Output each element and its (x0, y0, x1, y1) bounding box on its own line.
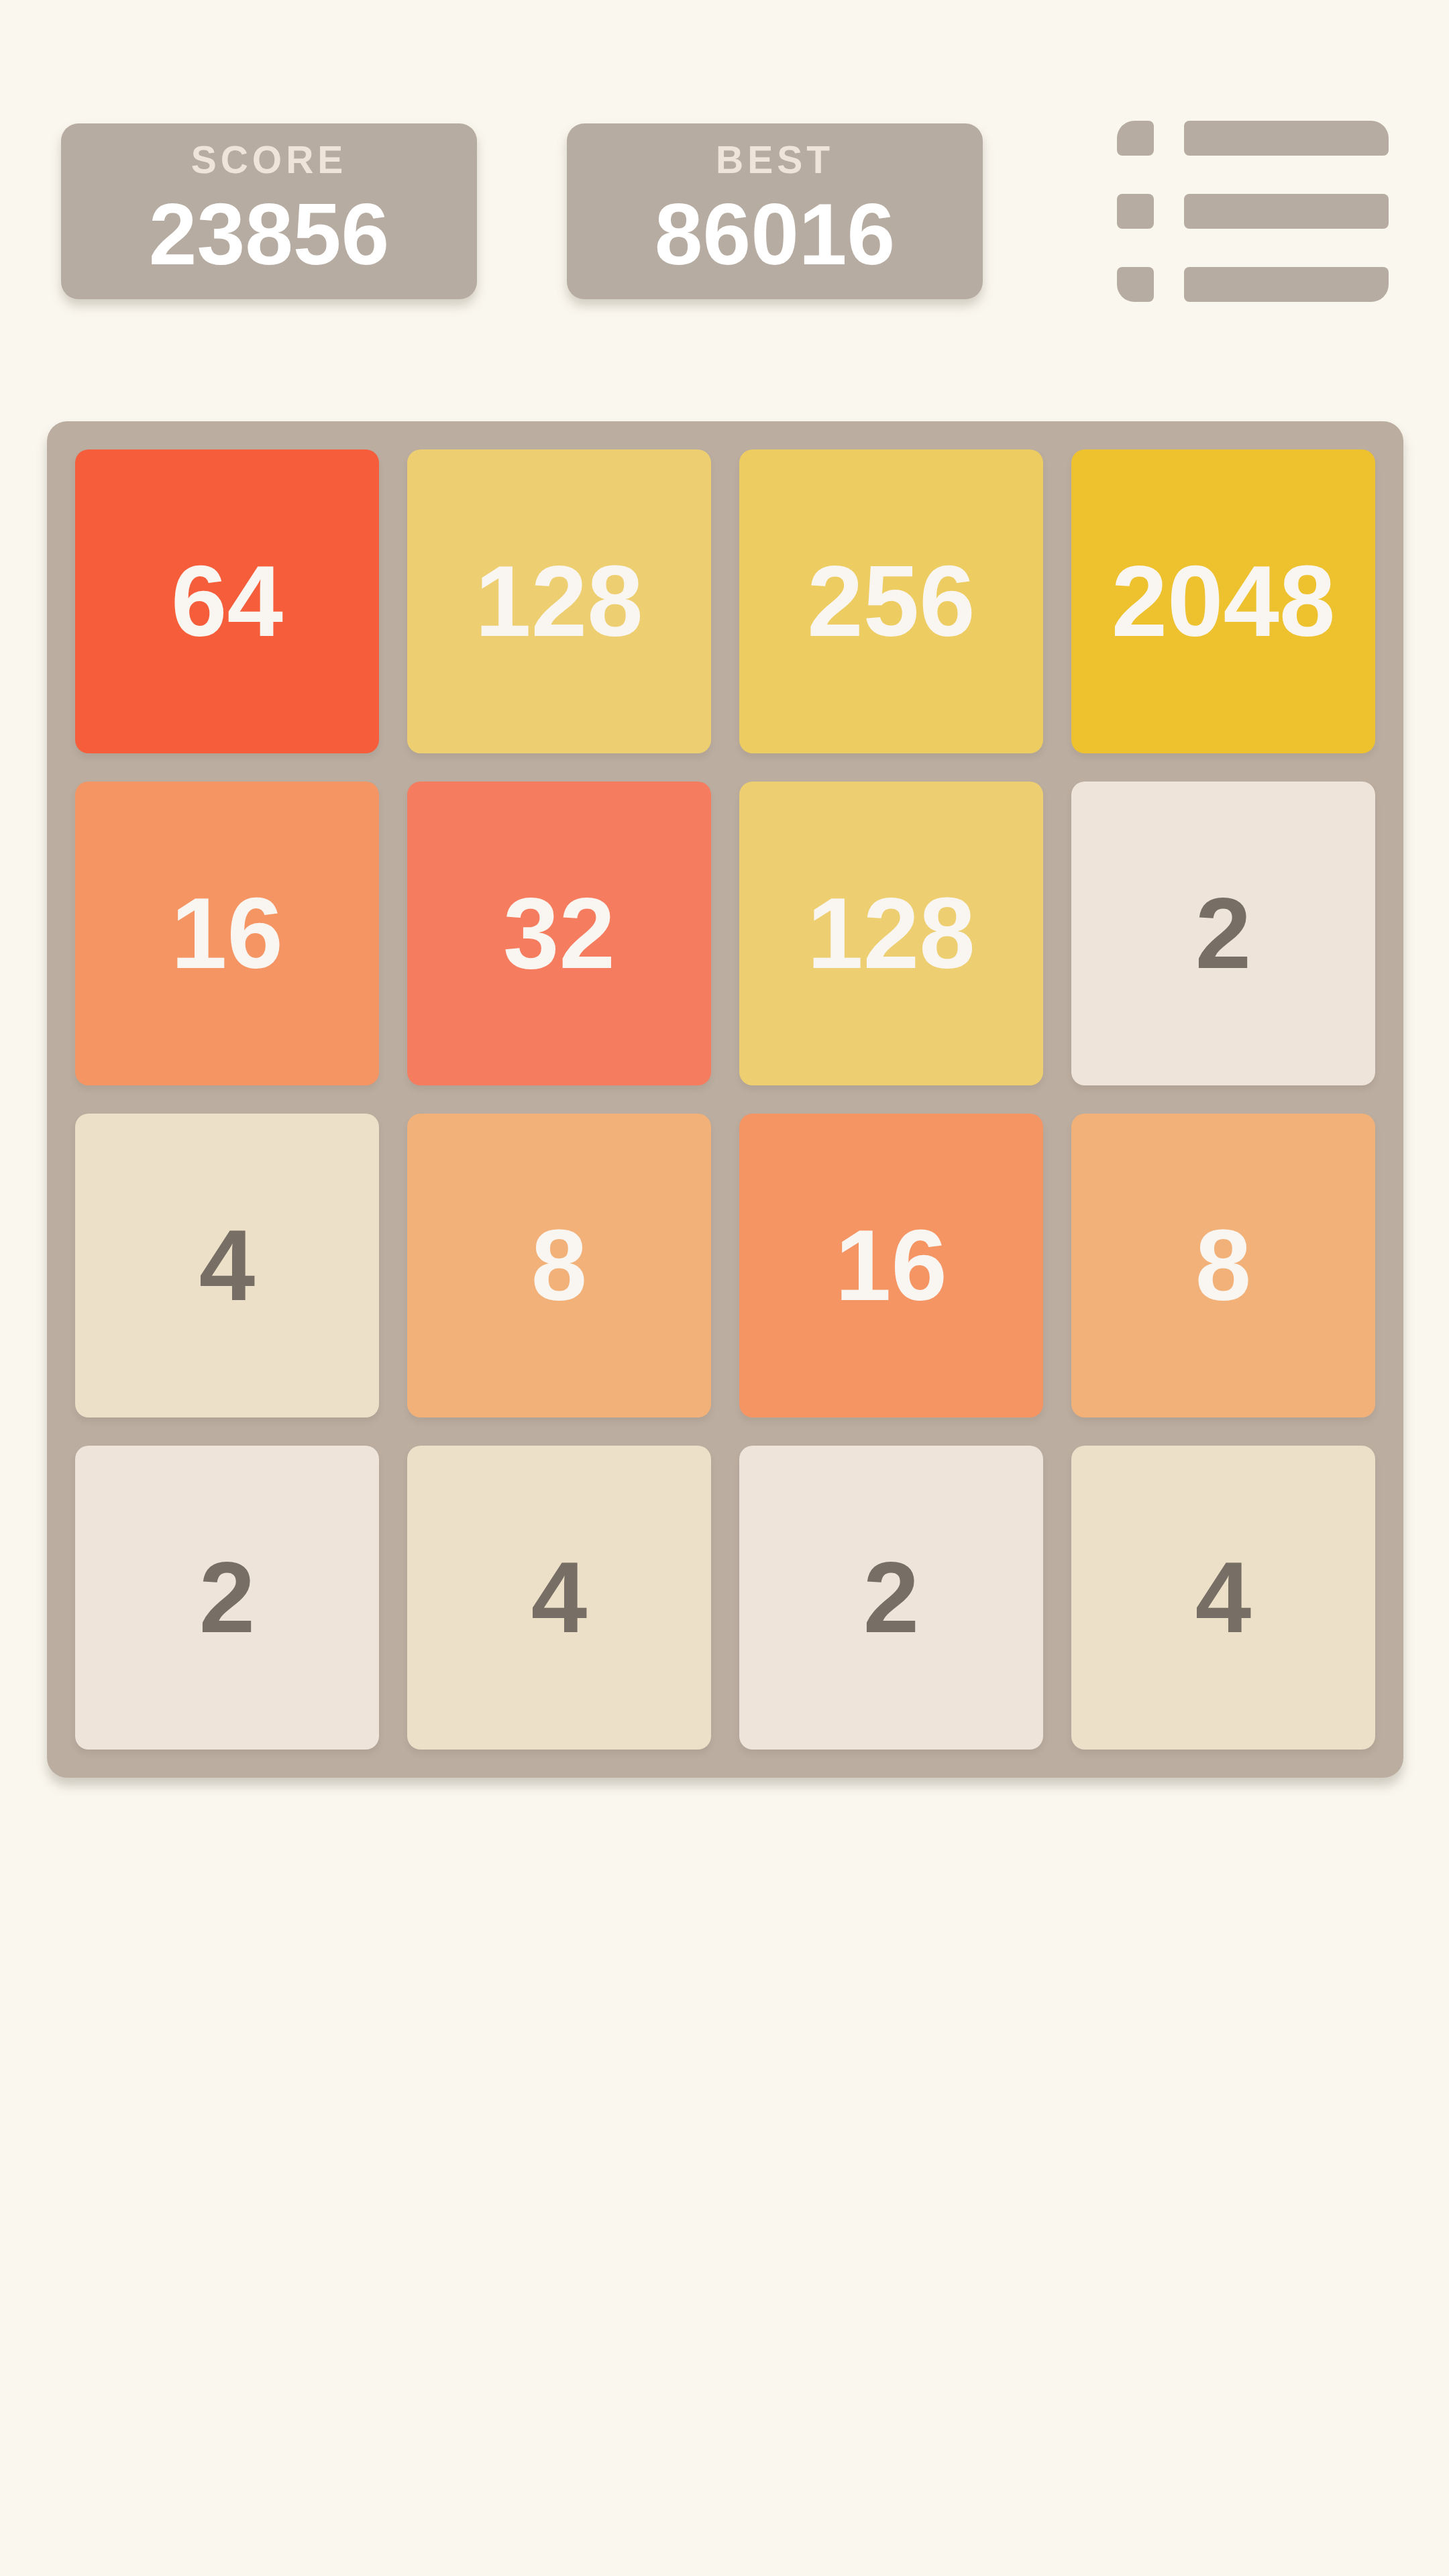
list-menu-icon (1117, 267, 1154, 302)
app-background: { "game": "2048", "position": "64,128,25… (0, 0, 1449, 2576)
tile-r1c2: 128 (407, 449, 711, 753)
best-label: BEST (716, 140, 834, 180)
list-menu-icon (1184, 121, 1389, 156)
list-menu-icon (1184, 194, 1389, 229)
list-menu-icon (1117, 121, 1154, 156)
score-box: SCORE 23856 (61, 123, 477, 299)
score-label: SCORE (191, 140, 347, 180)
menu-button[interactable] (1117, 121, 1389, 302)
tile-r4c3: 2 (739, 1446, 1043, 1750)
tile-r4c4: 4 (1071, 1446, 1375, 1750)
best-box: BEST 86016 (567, 123, 983, 299)
tile-r3c2: 8 (407, 1114, 711, 1417)
tile-r1c4: 2048 (1071, 449, 1375, 753)
tile-r4c2: 4 (407, 1446, 711, 1750)
tile-r3c4: 8 (1071, 1114, 1375, 1417)
list-menu-icon (1184, 267, 1389, 302)
list-menu-icon (1117, 194, 1154, 229)
score-value: 23856 (149, 186, 390, 282)
tile-r4c1: 2 (75, 1446, 379, 1750)
tile-r2c2: 32 (407, 782, 711, 1085)
tile-r2c3: 128 (739, 782, 1043, 1085)
tile-r1c3: 256 (739, 449, 1043, 753)
tile-r2c4: 2 (1071, 782, 1375, 1085)
game-board[interactable]: 64 128 256 2048 16 32 128 2 4 8 16 8 2 4… (47, 421, 1403, 1778)
tile-r3c3: 16 (739, 1114, 1043, 1417)
tile-r2c1: 16 (75, 782, 379, 1085)
tile-r3c1: 4 (75, 1114, 379, 1417)
best-value: 86016 (655, 186, 896, 282)
tile-r1c1: 64 (75, 449, 379, 753)
